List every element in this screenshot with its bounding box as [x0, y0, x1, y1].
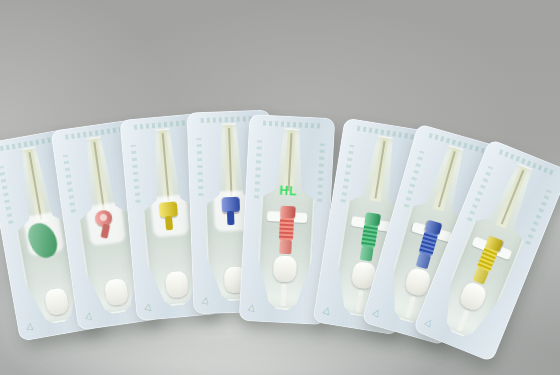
catheter-tube [457, 310, 470, 332]
port-stem [165, 216, 173, 231]
catheter-lower-red [279, 240, 292, 255]
recycling-symbol-icon: △ [85, 311, 93, 320]
catheter-body-yellow [477, 246, 498, 272]
printed-label-marks [317, 144, 325, 202]
printed-label-marks [134, 120, 190, 130]
printed-label-marks [0, 166, 13, 224]
hl-logo-label: HL [279, 184, 298, 199]
recycling-symbol-icon: △ [247, 303, 256, 313]
luer-plug [165, 271, 189, 299]
port-cap-red [280, 206, 296, 219]
printed-label-marks [254, 140, 262, 198]
printed-label-marks [196, 138, 203, 196]
catheter-body-blue [419, 231, 439, 256]
luer-plug [457, 280, 488, 313]
needle [228, 128, 232, 196]
injection-port-blue [221, 197, 240, 213]
recycling-symbol-icon: △ [372, 307, 382, 318]
luer-plug [273, 255, 297, 282]
port-stem [227, 211, 234, 225]
recycling-symbol-icon: △ [201, 295, 209, 305]
needle [93, 142, 104, 210]
needle [162, 133, 170, 201]
luer-plug [44, 287, 70, 316]
luer-plug [104, 278, 129, 307]
needle [287, 133, 292, 192]
printed-label-marks [340, 145, 354, 203]
catheter-tube [280, 284, 286, 306]
catheter-tube [405, 296, 416, 319]
catheter-lower-green [360, 246, 374, 262]
printed-label-marks [263, 121, 321, 129]
needle [374, 140, 385, 198]
recycling-symbol-icon: △ [424, 317, 435, 328]
printed-label-marks [131, 145, 141, 203]
catheter-tube [355, 290, 363, 313]
printed-label-marks [404, 151, 425, 208]
recycling-symbol-icon: △ [26, 322, 33, 331]
recycling-symbol-icon: △ [322, 305, 332, 316]
recycling-symbol-icon: △ [144, 302, 152, 312]
catheter-body-green [361, 224, 378, 248]
catheter-body-red [279, 218, 294, 241]
printed-label-marks [525, 190, 551, 246]
product-photo-stage: △ △ △ [0, 0, 560, 375]
printed-label-marks [63, 155, 76, 213]
